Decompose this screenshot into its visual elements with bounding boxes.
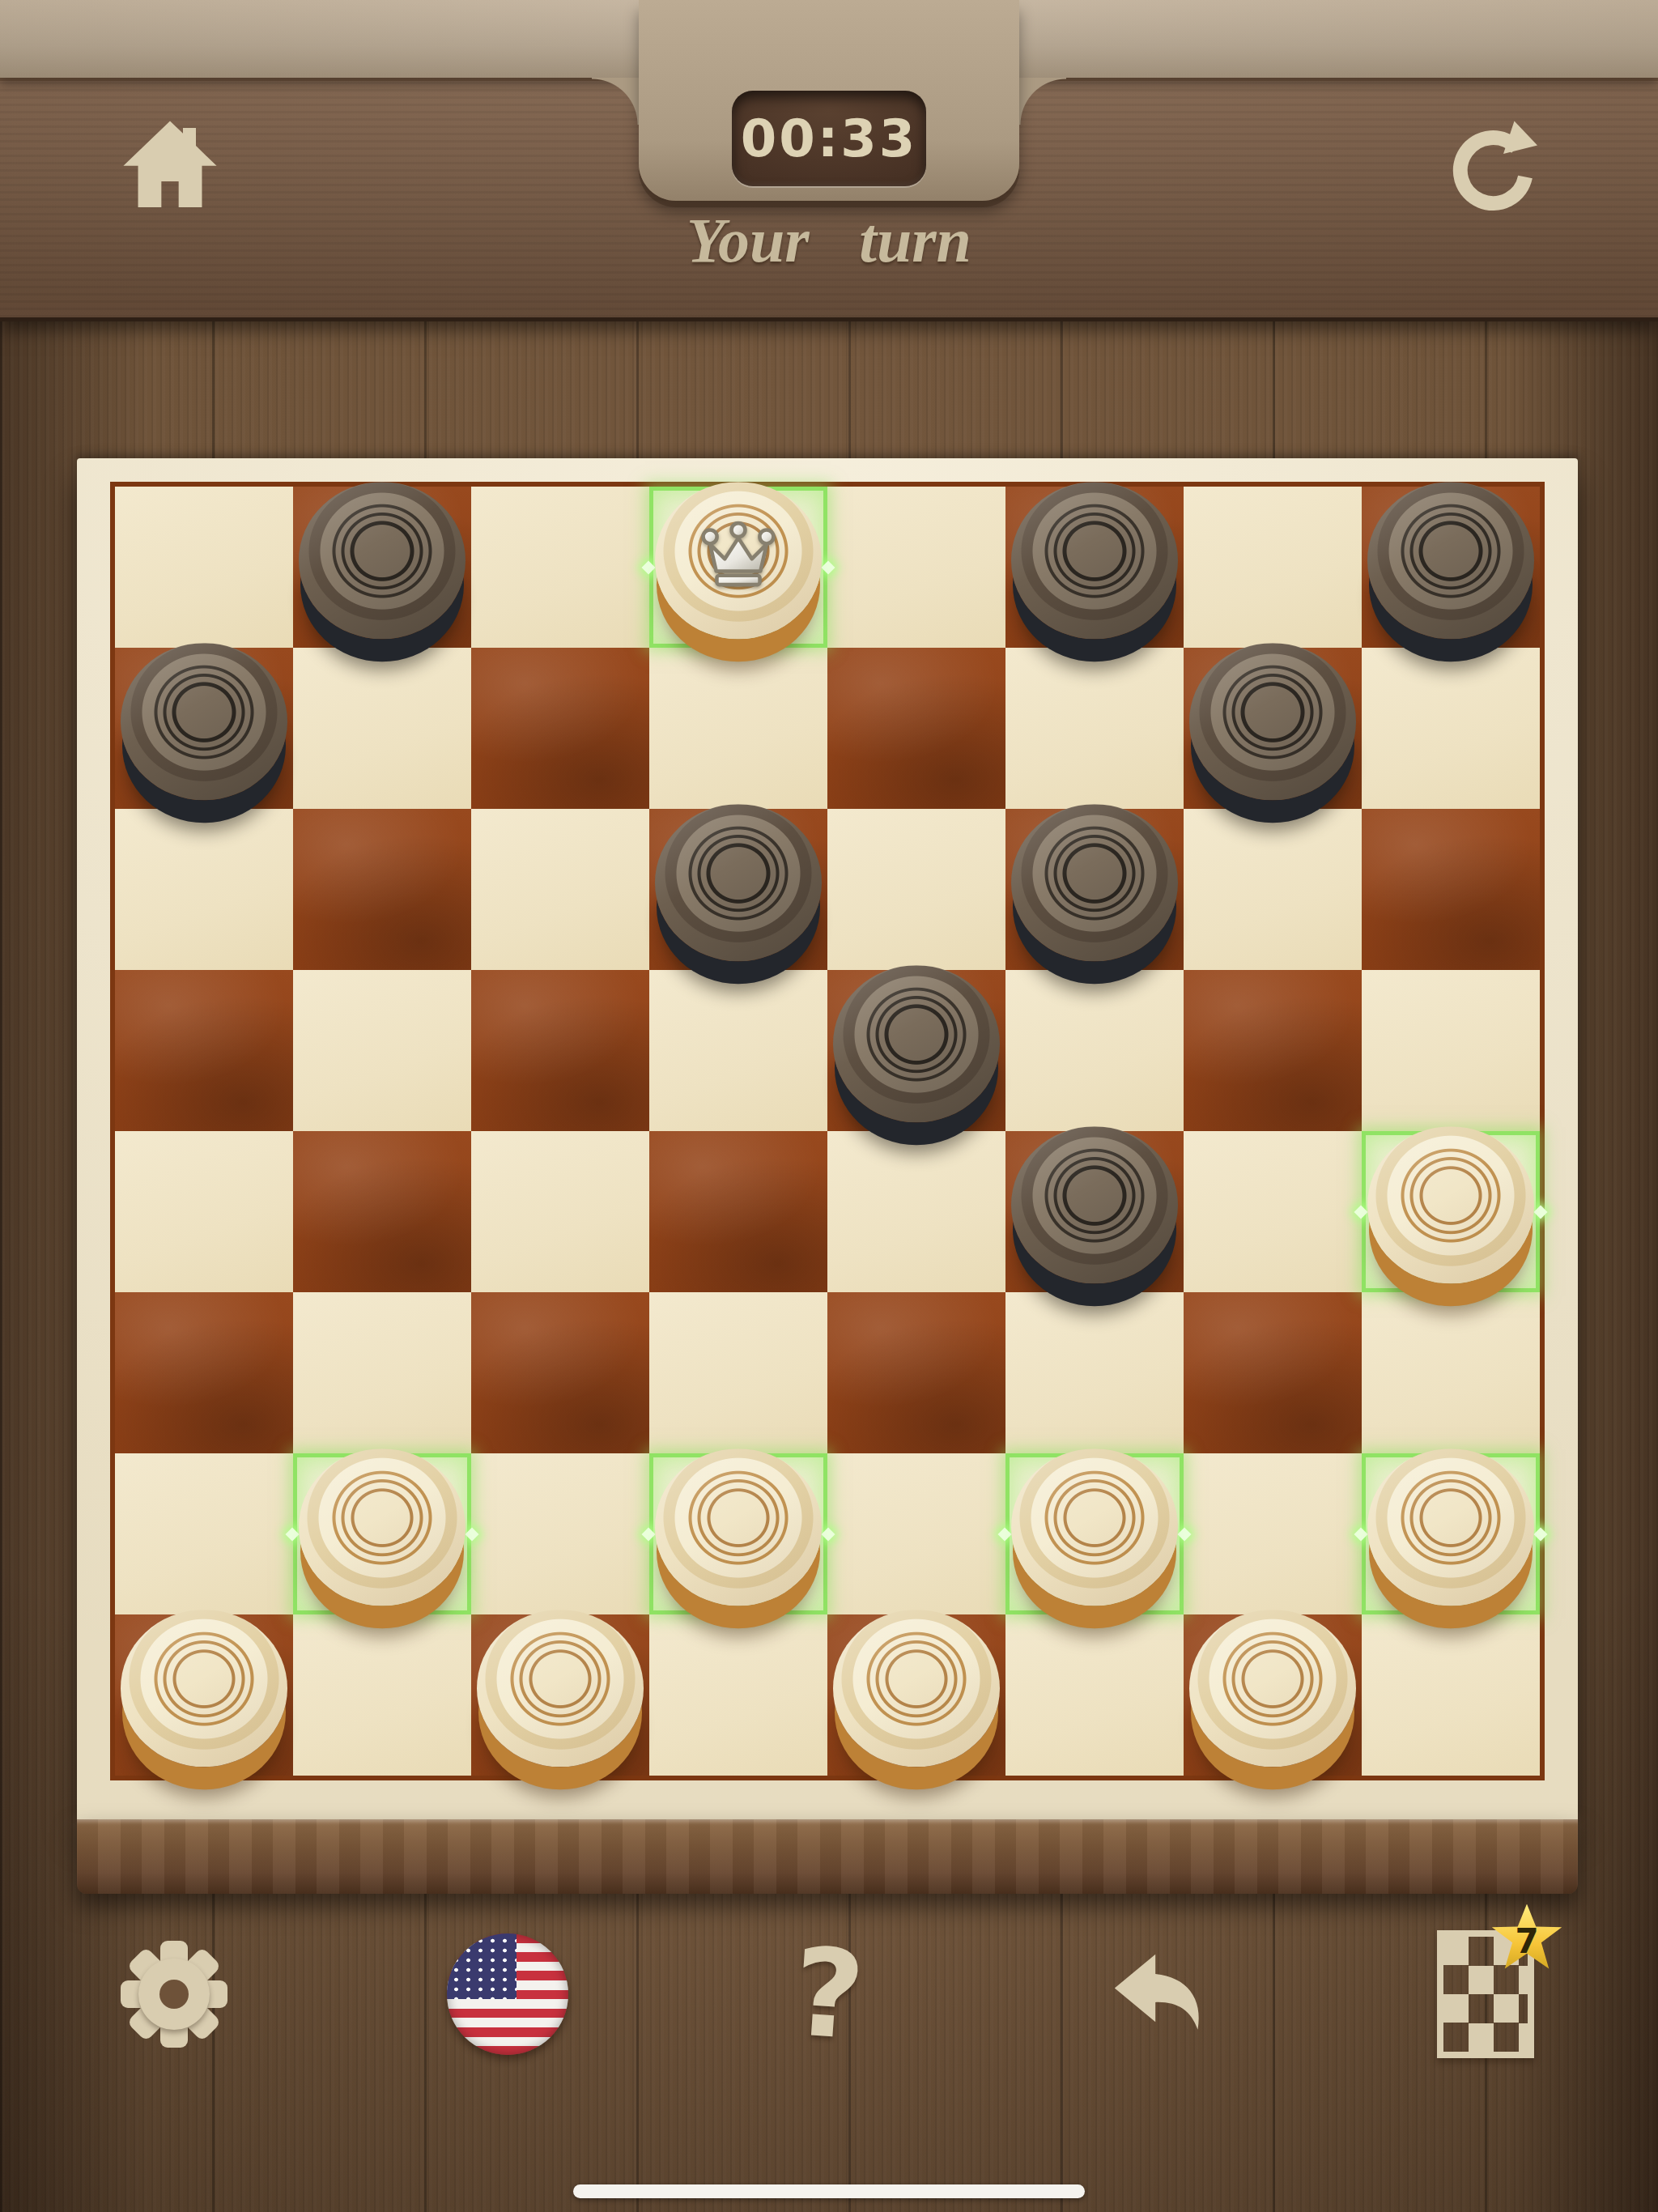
board-cell-r1c7[interactable] <box>1184 487 1362 648</box>
notch-fillet-right <box>1019 78 1066 125</box>
board-cell-r3c2[interactable] <box>293 809 471 970</box>
board-cell-r2c3[interactable] <box>471 648 649 809</box>
board-cell-r4c6[interactable] <box>1005 970 1184 1131</box>
flag-canton <box>447 1933 517 1999</box>
board-cell-r4c1[interactable] <box>115 970 293 1131</box>
light-king-piece-r1c4[interactable] <box>655 482 822 639</box>
board-cell-r5c3[interactable] <box>471 1131 649 1292</box>
board-cell-r6c1[interactable] <box>115 1292 293 1453</box>
home-icon <box>118 116 222 212</box>
language-button[interactable] <box>435 1919 580 2069</box>
checkers-app-screen: Your turn 00:33 <box>0 0 1658 2212</box>
board-cell-r4c7[interactable] <box>1184 970 1362 1131</box>
board-cell-r2c2[interactable] <box>293 648 471 809</box>
settings-button[interactable] <box>101 1919 247 2069</box>
home-button[interactable] <box>101 96 239 233</box>
board-cell-r8c8[interactable] <box>1362 1614 1540 1776</box>
board-cell-r3c5[interactable] <box>827 809 1005 970</box>
dark-piece-r2c7[interactable] <box>1189 643 1356 800</box>
home-indicator[interactable] <box>573 2184 1085 2198</box>
board-cell-r8c2[interactable] <box>293 1614 471 1776</box>
header: Your turn 00:33 <box>0 0 1658 321</box>
board-cell-r6c6[interactable] <box>1005 1292 1184 1453</box>
refresh-icon <box>1443 113 1545 217</box>
help-button[interactable]: ? <box>756 1919 902 2069</box>
board-cell-r5c4[interactable] <box>649 1131 827 1292</box>
board-cell-r1c5[interactable] <box>827 487 1005 648</box>
board-cell-r6c3[interactable] <box>471 1292 649 1453</box>
light-piece-r8c5[interactable] <box>833 1610 1000 1767</box>
board-cell-r7c5[interactable] <box>827 1453 1005 1614</box>
undo-button[interactable] <box>1087 1919 1233 2069</box>
board-cell-r8c4[interactable] <box>649 1614 827 1776</box>
board-cell-r4c2[interactable] <box>293 970 471 1131</box>
notch-fillet-left <box>592 78 639 125</box>
board-cell-r3c7[interactable] <box>1184 809 1362 970</box>
board-cell-r2c6[interactable] <box>1005 648 1184 809</box>
checkers-board <box>77 458 1578 1819</box>
board-cell-r7c7[interactable] <box>1184 1453 1362 1614</box>
board-cell-r2c8[interactable] <box>1362 648 1540 809</box>
gear-icon <box>121 1941 227 2048</box>
question-mark-icon: ? <box>789 1921 869 2067</box>
board-cell-r7c1[interactable] <box>115 1453 293 1614</box>
light-piece-r7c8[interactable] <box>1367 1448 1534 1606</box>
dark-piece-r4c5[interactable] <box>833 965 1000 1122</box>
board-cell-r5c1[interactable] <box>115 1131 293 1292</box>
board-cell-r2c5[interactable] <box>827 648 1005 809</box>
light-piece-r8c1[interactable] <box>121 1610 287 1767</box>
board-cell-r6c8[interactable] <box>1362 1292 1540 1453</box>
restart-button[interactable] <box>1425 96 1562 233</box>
board-cell-r3c3[interactable] <box>471 809 649 970</box>
board-cell-r4c3[interactable] <box>471 970 649 1131</box>
crown-icon <box>699 521 778 592</box>
dark-piece-r1c8[interactable] <box>1367 482 1534 639</box>
board-cell-r5c5[interactable] <box>827 1131 1005 1292</box>
dark-piece-r1c6[interactable] <box>1011 482 1178 639</box>
mini-checkerboard-icon: 7 <box>1437 1930 1534 2058</box>
board-grid <box>110 482 1545 1780</box>
undo-arrow-icon <box>1110 1950 1210 2038</box>
board-cell-r1c3[interactable] <box>471 487 649 648</box>
light-piece-r5c8[interactable] <box>1367 1126 1534 1283</box>
board-cell-r5c2[interactable] <box>293 1131 471 1292</box>
badge-count: 7 <box>1515 1921 1538 1961</box>
light-piece-r7c4[interactable] <box>655 1448 822 1606</box>
dark-piece-r5c6[interactable] <box>1011 1126 1178 1283</box>
board-cell-r6c7[interactable] <box>1184 1292 1362 1453</box>
board-cell-r8c6[interactable] <box>1005 1614 1184 1776</box>
board-cell-r6c4[interactable] <box>649 1292 827 1453</box>
us-flag-icon <box>447 1933 568 2055</box>
board-cell-r4c8[interactable] <box>1362 970 1540 1131</box>
light-piece-r7c2[interactable] <box>299 1448 466 1606</box>
board-cell-r4c4[interactable] <box>649 970 827 1131</box>
board-cell-r7c3[interactable] <box>471 1453 649 1614</box>
turn-status: Your turn <box>0 204 1658 277</box>
board-cell-r5c7[interactable] <box>1184 1131 1362 1292</box>
timer-display: 00:33 <box>732 91 926 186</box>
board-cell-r1c1[interactable] <box>115 487 293 648</box>
board-cell-r3c1[interactable] <box>115 809 293 970</box>
dark-piece-r3c6[interactable] <box>1011 804 1178 961</box>
light-piece-r8c3[interactable] <box>477 1610 644 1767</box>
board-cell-r6c2[interactable] <box>293 1292 471 1453</box>
board-cell-r2c4[interactable] <box>649 648 827 809</box>
board-cell-r3c8[interactable] <box>1362 809 1540 970</box>
dark-piece-r2c1[interactable] <box>121 643 287 800</box>
board-cell-r6c5[interactable] <box>827 1292 1005 1453</box>
puzzles-button[interactable]: 7 <box>1413 1919 1558 2069</box>
bottom-toolbar: ? 7 <box>0 1919 1658 2073</box>
dark-piece-r1c2[interactable] <box>299 482 466 639</box>
light-piece-r7c6[interactable] <box>1011 1448 1178 1606</box>
board-bottom-edge <box>77 1819 1578 1894</box>
light-piece-r8c7[interactable] <box>1189 1610 1356 1767</box>
dark-piece-r3c4[interactable] <box>655 804 822 961</box>
